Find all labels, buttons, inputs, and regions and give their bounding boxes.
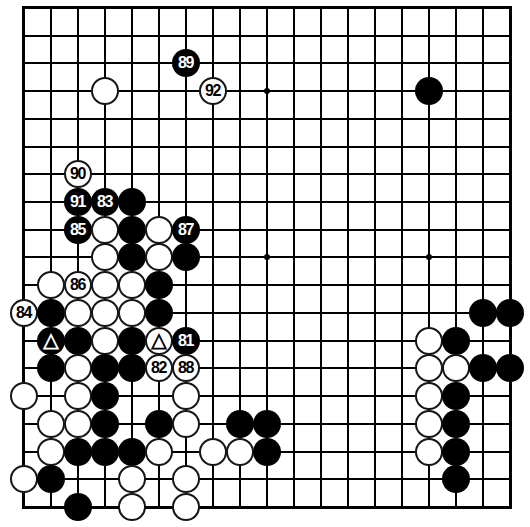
star-point	[264, 254, 270, 260]
white-stone	[64, 410, 92, 438]
white-stone	[37, 438, 65, 466]
move-number-label: 91	[70, 194, 85, 210]
black-stone	[145, 271, 173, 299]
move-number-label: 84	[16, 305, 31, 321]
move-88-stone: 88	[172, 354, 200, 382]
black-stone	[37, 465, 65, 493]
black-stone	[226, 410, 254, 438]
black-stone	[91, 354, 119, 382]
move-number-label: 89	[178, 55, 193, 71]
white-stone	[172, 493, 200, 521]
white-stone	[172, 410, 200, 438]
black-stone	[91, 438, 119, 466]
white-stone	[145, 243, 173, 271]
move-number-label: 85	[70, 222, 85, 238]
white-stone	[415, 354, 443, 382]
white-stone	[10, 382, 38, 410]
move-92-stone: 92	[199, 77, 227, 105]
move-85-stone: 85	[64, 216, 92, 244]
black-stone	[118, 327, 146, 355]
black-stone	[37, 299, 65, 327]
move-83-stone: 83	[91, 188, 119, 216]
white-stone	[64, 382, 92, 410]
white-stone	[37, 271, 65, 299]
move-84-stone: 84	[10, 299, 38, 327]
move-number-label: 92	[205, 83, 220, 99]
triangle-marked-black-stone: △	[37, 327, 65, 355]
white-stone	[91, 216, 119, 244]
white-stone	[91, 77, 119, 105]
move-number-label: 82	[151, 360, 166, 376]
go-diagram: 899290918385878684△△818288	[0, 0, 530, 527]
white-stone	[442, 354, 470, 382]
star-point	[426, 254, 432, 260]
black-stone	[37, 354, 65, 382]
white-stone	[118, 271, 146, 299]
black-stone	[172, 243, 200, 271]
black-stone	[415, 77, 443, 105]
white-stone	[415, 410, 443, 438]
white-stone	[118, 493, 146, 521]
black-stone	[91, 410, 119, 438]
black-stone	[253, 438, 281, 466]
white-stone	[37, 410, 65, 438]
white-stone	[145, 216, 173, 244]
black-stone	[64, 493, 92, 521]
black-stone	[469, 299, 497, 327]
black-stone	[442, 438, 470, 466]
black-stone	[91, 382, 119, 410]
move-82-stone: 82	[145, 354, 173, 382]
move-81-stone: 81	[172, 327, 200, 355]
black-stone	[253, 410, 281, 438]
black-stone	[145, 410, 173, 438]
black-stone	[496, 354, 524, 382]
white-stone	[145, 438, 173, 466]
black-stone	[64, 327, 92, 355]
white-stone	[415, 327, 443, 355]
white-stone	[118, 299, 146, 327]
white-stone	[10, 465, 38, 493]
white-stone	[226, 438, 254, 466]
black-stone	[469, 354, 497, 382]
black-stone	[145, 299, 173, 327]
move-number-label: 88	[178, 360, 193, 376]
black-stone	[442, 382, 470, 410]
white-stone	[415, 382, 443, 410]
star-point	[264, 88, 270, 94]
black-stone	[118, 438, 146, 466]
white-stone	[64, 354, 92, 382]
white-stone	[199, 438, 227, 466]
move-number-label: 87	[178, 222, 193, 238]
triangle-marked-white-stone: △	[145, 327, 173, 355]
move-86-stone: 86	[64, 271, 92, 299]
white-stone	[172, 382, 200, 410]
black-stone	[118, 188, 146, 216]
white-stone	[91, 327, 119, 355]
black-stone	[442, 327, 470, 355]
black-stone	[118, 354, 146, 382]
white-stone	[172, 465, 200, 493]
white-stone	[118, 465, 146, 493]
black-stone	[442, 410, 470, 438]
move-89-stone: 89	[172, 49, 200, 77]
move-number-label: 86	[70, 277, 85, 293]
go-board: 899290918385878684△△818288	[11, 0, 524, 521]
white-stone	[91, 243, 119, 271]
black-stone	[496, 299, 524, 327]
move-number-label: 90	[70, 166, 85, 182]
black-stone	[64, 438, 92, 466]
black-stone	[118, 243, 146, 271]
white-stone	[91, 271, 119, 299]
triangle-marker-icon: △	[43, 330, 58, 350]
white-stone	[64, 299, 92, 327]
white-stone	[91, 299, 119, 327]
move-91-stone: 91	[64, 188, 92, 216]
move-number-label: 83	[97, 194, 112, 210]
black-stone	[442, 465, 470, 493]
black-stone	[118, 216, 146, 244]
white-stone	[415, 438, 443, 466]
move-90-stone: 90	[64, 160, 92, 188]
move-87-stone: 87	[172, 216, 200, 244]
move-number-label: 81	[178, 333, 193, 349]
triangle-marker-icon: △	[151, 330, 166, 350]
